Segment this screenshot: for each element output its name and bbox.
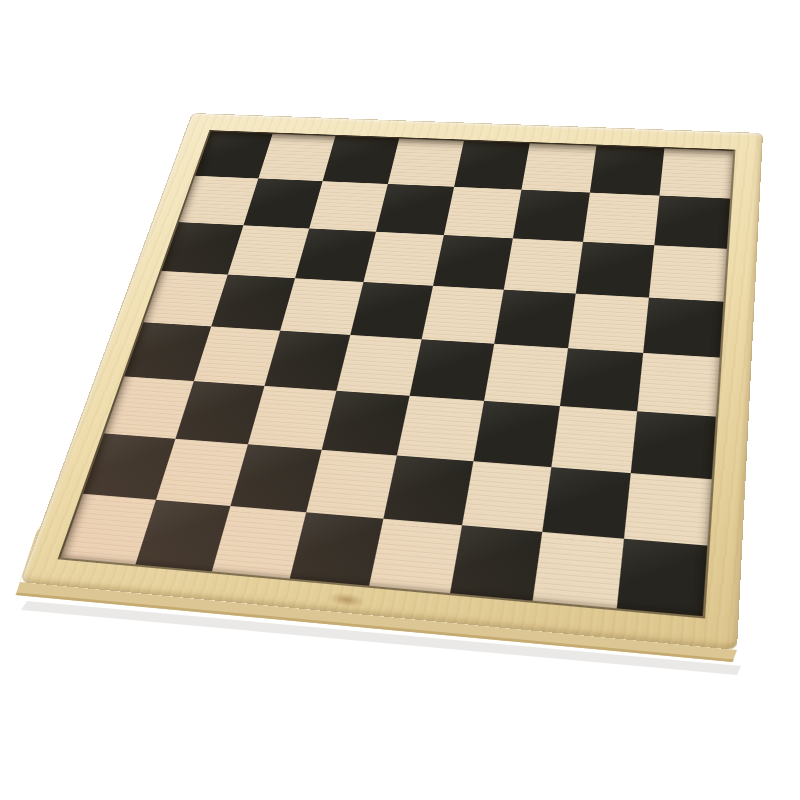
board-square-h4	[637, 353, 720, 417]
board-square-g1	[533, 532, 624, 608]
board-square-h8	[659, 148, 733, 198]
board-square-d8	[388, 138, 464, 186]
product-photo-background	[0, 0, 800, 800]
board-square-e2	[383, 455, 473, 525]
board-square-c7	[309, 181, 388, 232]
board-square-g8	[590, 146, 664, 196]
board-square-d6	[363, 232, 443, 286]
board-square-h1	[617, 539, 708, 617]
board-square-d3	[322, 391, 410, 456]
board-square-e1	[369, 519, 462, 593]
board-square-f5	[494, 290, 576, 349]
board-square-d1	[290, 512, 384, 585]
board-square-h2	[624, 473, 712, 546]
board-square-f7	[513, 190, 590, 242]
board-square-g7	[583, 193, 659, 246]
board-square-g6	[576, 242, 655, 298]
board-grid	[58, 130, 736, 618]
board-square-e8	[454, 141, 530, 190]
board-square-e7	[444, 187, 522, 239]
board-square-d2	[306, 450, 397, 519]
board-square-h5	[643, 298, 723, 358]
board-square-c6	[295, 228, 376, 282]
board-square-c8	[323, 136, 400, 184]
board-square-f8	[521, 143, 596, 192]
wood-knot	[326, 590, 367, 609]
board-square-f4	[484, 344, 568, 406]
board-square-f6	[504, 238, 583, 293]
board-square-h6	[649, 245, 727, 301]
board-square-f3	[473, 401, 560, 467]
board-square-e4	[410, 339, 495, 401]
board-square-d5	[350, 282, 433, 339]
board-square-e6	[433, 235, 513, 290]
board-square-e5	[422, 286, 504, 344]
board-square-f2	[462, 461, 551, 532]
board-square-e3	[397, 396, 484, 461]
board-square-f1	[450, 525, 542, 600]
board-square-h7	[654, 196, 730, 249]
board-square-h3	[631, 411, 716, 479]
board-square-g4	[560, 348, 643, 411]
board-square-g2	[542, 467, 631, 539]
board-square-g3	[551, 406, 637, 473]
board-square-g5	[568, 294, 649, 353]
board-square-c5	[280, 278, 363, 335]
board-square-d4	[336, 335, 421, 396]
board-square-d7	[376, 184, 454, 235]
